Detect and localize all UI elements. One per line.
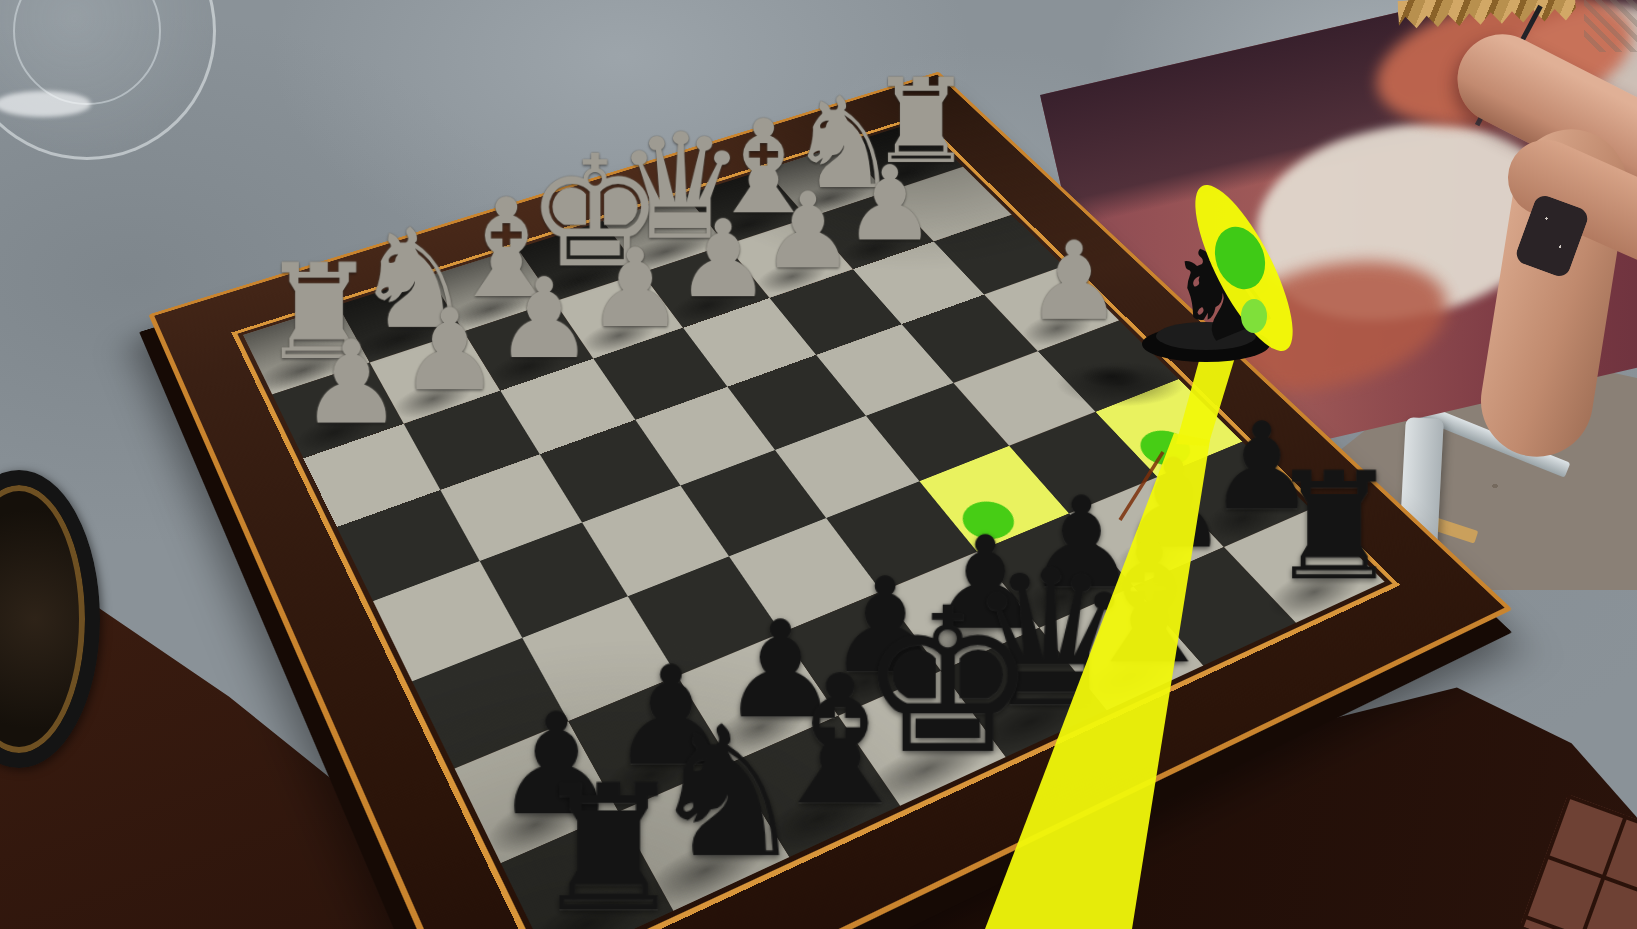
piece-black-rook-a8[interactable]: ♜ (1267, 461, 1401, 595)
chessboard: ♜♞♝♚♛♝♞♜♟♟♟♟♟♟♟♟♟♟♟♟♟♟♟♟♜♞♝♚♛♝♜ (148, 72, 1512, 929)
piece-white-pawn-f2[interactable]: ♟ (494, 269, 593, 369)
held-knight-shadow-core (1063, 360, 1161, 393)
chessboard-scene: ♜♞♝♚♛♝♞♜♟♟♟♟♟♟♟♟♟♟♟♟♟♟♟♟♜♞♝♚♛♝♜ (0, 0, 1637, 929)
piece-white-pawn-g2[interactable]: ♟ (398, 300, 499, 402)
board-squares: ♜♞♝♚♛♝♞♜♟♟♟♟♟♟♟♟♟♟♟♟♟♟♟♟♜♞♝♚♛♝♜ (243, 122, 1384, 929)
piece-white-pawn-c2[interactable]: ♟ (760, 184, 854, 278)
piece-white-pawn-a4[interactable]: ♟ (1025, 233, 1122, 330)
piece-white-pawn-e2[interactable]: ♟ (586, 240, 684, 338)
square-g5[interactable] (480, 523, 628, 638)
piece-white-pawn-d2[interactable]: ♟ (675, 211, 771, 307)
piece-black-rook-h8[interactable]: ♜ (530, 771, 687, 928)
held-knight-shadow (1026, 351, 1219, 418)
piece-white-pawn-b2[interactable]: ♟ (843, 158, 935, 251)
board-frame: ♜♞♝♚♛♝♞♜♟♟♟♟♟♟♟♟♟♟♟♟♟♟♟♟♜♞♝♚♛♝♜ (148, 72, 1512, 929)
ar-chess-scene: ♜♞♝♚♛♝♞♜♟♟♟♟♟♟♟♟♟♟♟♟♟♟♟♟♜♞♝♚♛♝♜ ♞ (0, 0, 1637, 929)
piece-white-pawn-h2[interactable]: ♟ (299, 331, 402, 435)
